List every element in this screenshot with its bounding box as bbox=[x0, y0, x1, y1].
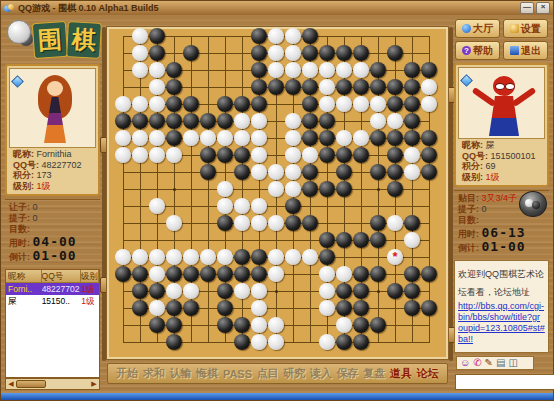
minimize-button[interactable]: — bbox=[520, 2, 534, 14]
white-stone bbox=[234, 215, 250, 231]
toolbar-button-研究[interactable]: 研究 bbox=[283, 366, 305, 381]
white-stone bbox=[336, 317, 352, 333]
black-stone bbox=[166, 113, 182, 129]
settings-icon bbox=[510, 24, 519, 33]
black-stone bbox=[421, 130, 437, 146]
black-stone bbox=[387, 147, 403, 163]
left-score-label: 积分: bbox=[13, 170, 34, 180]
black-stone bbox=[319, 181, 335, 197]
white-stone bbox=[268, 28, 284, 44]
left-slider-track[interactable] bbox=[102, 27, 106, 361]
nav-buttons: 大厅 设置 ?帮助 退出 bbox=[455, 19, 548, 60]
black-stone bbox=[251, 79, 267, 95]
toolbar-button-读入[interactable]: 读入 bbox=[310, 366, 332, 381]
go-board-grid: * bbox=[123, 36, 430, 343]
toolbar-button-认输[interactable]: 认输 bbox=[170, 366, 192, 381]
page-icon[interactable]: ◫ bbox=[508, 357, 517, 369]
white-stone bbox=[251, 147, 267, 163]
gem-icon bbox=[460, 74, 473, 87]
black-stone bbox=[132, 266, 148, 282]
right-capture-label: 提子: bbox=[458, 204, 479, 214]
black-stone bbox=[387, 45, 403, 61]
lobby-button[interactable]: 大厅 bbox=[455, 19, 500, 38]
black-stone bbox=[302, 28, 318, 44]
star-point bbox=[377, 188, 380, 191]
white-stone bbox=[149, 130, 165, 146]
black-stone bbox=[200, 113, 216, 129]
right-qq-label: QQ号: bbox=[462, 151, 488, 161]
white-stone bbox=[404, 232, 420, 248]
black-stone bbox=[421, 147, 437, 163]
scrollbar-thumb[interactable] bbox=[16, 380, 46, 388]
right-score-label: 积分: bbox=[462, 161, 483, 171]
black-stone bbox=[336, 181, 352, 197]
right-rank-value: 1级 bbox=[486, 172, 500, 182]
last-move-marked-stone: * bbox=[387, 249, 403, 265]
left-avatar bbox=[9, 68, 96, 148]
black-stone bbox=[251, 62, 267, 78]
right-panel: 大厅 设置 ?帮助 退出 昵称: 屎 QQ号: 151500101 积分: 69… bbox=[452, 17, 551, 390]
white-stone bbox=[132, 62, 148, 78]
white-stone bbox=[132, 249, 148, 265]
black-stone bbox=[234, 266, 250, 282]
black-stone bbox=[234, 334, 250, 350]
white-stone bbox=[115, 249, 131, 265]
black-stone bbox=[370, 232, 386, 248]
white-stone bbox=[166, 147, 182, 163]
forum-notice: 欢迎到QQ围棋艺术论坛看看，论坛地址 http://bbs.qq.com/cgi… bbox=[454, 260, 549, 353]
right-nick-label: 昵称: bbox=[462, 140, 483, 150]
white-stone bbox=[319, 334, 335, 350]
white-stone bbox=[268, 215, 284, 231]
black-stone bbox=[404, 266, 420, 282]
right-avatar bbox=[458, 67, 545, 139]
black-stone bbox=[285, 215, 301, 231]
chat-input[interactable] bbox=[455, 374, 554, 390]
white-stone bbox=[251, 215, 267, 231]
black-stone bbox=[234, 147, 250, 163]
go-board[interactable]: * bbox=[107, 27, 448, 359]
black-stone bbox=[370, 79, 386, 95]
white-stone bbox=[132, 147, 148, 163]
black-stone bbox=[285, 79, 301, 95]
black-stone bbox=[370, 164, 386, 180]
toolbar-button-论坛[interactable]: 论坛 bbox=[417, 366, 439, 381]
black-stone bbox=[183, 96, 199, 112]
white-stone bbox=[251, 283, 267, 299]
left-stats: 让子: 0 提子: 0 目数: 用时: 04-00 倒计: 01-00 bbox=[5, 199, 100, 265]
toolbar-button-开始[interactable]: 开始 bbox=[116, 366, 138, 381]
white-stone bbox=[370, 113, 386, 129]
black-stone bbox=[302, 164, 318, 180]
black-stone bbox=[421, 164, 437, 180]
black-stone bbox=[115, 113, 131, 129]
black-stone bbox=[336, 334, 352, 350]
white-stone bbox=[132, 28, 148, 44]
black-stone bbox=[217, 215, 233, 231]
black-stone bbox=[404, 283, 420, 299]
black-stone bbox=[200, 147, 216, 163]
white-stone bbox=[285, 147, 301, 163]
white-stone bbox=[387, 215, 403, 231]
left-nick-label: 昵称: bbox=[13, 149, 34, 159]
white-stone bbox=[132, 45, 148, 61]
black-stone bbox=[166, 300, 182, 316]
white-stone bbox=[115, 130, 131, 146]
white-stone bbox=[132, 96, 148, 112]
black-stone bbox=[353, 147, 369, 163]
logo-char-1: 围 bbox=[32, 21, 68, 59]
black-stone bbox=[336, 79, 352, 95]
black-stone bbox=[132, 300, 148, 316]
scroll-left-icon[interactable]: ◀ bbox=[6, 380, 16, 388]
white-stone bbox=[251, 334, 267, 350]
black-stone bbox=[353, 79, 369, 95]
black-stone bbox=[234, 96, 250, 112]
white-stone bbox=[200, 249, 216, 265]
black-stone bbox=[217, 266, 233, 282]
black-stone bbox=[353, 232, 369, 248]
star-point bbox=[377, 290, 380, 293]
exit-button[interactable]: 退出 bbox=[503, 41, 548, 60]
black-stone bbox=[251, 249, 267, 265]
chat-tools: ☺✆✎▤◫ bbox=[456, 356, 534, 370]
lobby-icon bbox=[462, 24, 471, 33]
black-stone bbox=[302, 45, 318, 61]
white-stone bbox=[353, 130, 369, 146]
black-stone bbox=[302, 130, 318, 146]
black-stone bbox=[251, 28, 267, 44]
white-stone bbox=[302, 62, 318, 78]
taskbar-edge bbox=[1, 393, 553, 400]
left-rank-label: 级别: bbox=[13, 181, 34, 191]
white-stone bbox=[183, 283, 199, 299]
window-title: QQ游戏 - 围棋 0.10 Alpha1 Build5 bbox=[18, 2, 159, 15]
black-stone bbox=[404, 96, 420, 112]
left-qq-value: 48227702 bbox=[42, 160, 82, 170]
toolbar-button-悔棋[interactable]: 悔棋 bbox=[196, 366, 218, 381]
komi-label: 贴目: bbox=[458, 193, 479, 203]
right-territory-label: 目数: bbox=[458, 215, 479, 225]
white-stone bbox=[149, 300, 165, 316]
table-row[interactable]: 屎 15150.. 1级 bbox=[6, 295, 99, 307]
black-stone bbox=[183, 300, 199, 316]
white-stone bbox=[149, 79, 165, 95]
black-stone bbox=[200, 266, 216, 282]
black-stone bbox=[217, 96, 233, 112]
black-stone bbox=[353, 45, 369, 61]
white-stone bbox=[421, 96, 437, 112]
black-stone bbox=[149, 283, 165, 299]
black-stone bbox=[302, 96, 318, 112]
black-stone bbox=[166, 130, 182, 146]
left-player-card: 昵称: Fornithia QQ号: 48227702 积分: 173 级别: … bbox=[5, 64, 100, 196]
toolbar-button-保存[interactable]: 保存 bbox=[337, 366, 359, 381]
black-stone bbox=[404, 62, 420, 78]
white-stone bbox=[268, 249, 284, 265]
horizontal-scrollbar[interactable]: ◀ ▶ bbox=[5, 378, 100, 390]
white-stone bbox=[336, 266, 352, 282]
white-stone bbox=[319, 266, 335, 282]
gem-icon bbox=[11, 75, 24, 88]
white-stone bbox=[336, 62, 352, 78]
black-stone bbox=[166, 334, 182, 350]
right-player-card: 昵称: 屎 QQ号: 151500101 积分: 69 级别: 1级 bbox=[454, 63, 549, 187]
white-stone bbox=[285, 181, 301, 197]
white-stone bbox=[285, 164, 301, 180]
black-stone bbox=[421, 266, 437, 282]
white-stone bbox=[149, 266, 165, 282]
black-stone bbox=[234, 164, 250, 180]
header-qq: QQ号 bbox=[42, 270, 81, 282]
right-time-label: 用时: bbox=[458, 229, 479, 239]
white-stone bbox=[149, 147, 165, 163]
white-stone bbox=[404, 164, 420, 180]
help-button[interactable]: ?帮助 bbox=[455, 41, 500, 60]
settings-button[interactable]: 设置 bbox=[503, 19, 548, 38]
pencil-icon[interactable]: ✎ bbox=[485, 357, 493, 369]
white-stone bbox=[200, 130, 216, 146]
white-stone bbox=[336, 96, 352, 112]
white-stone bbox=[149, 62, 165, 78]
white-stone bbox=[268, 164, 284, 180]
white-stone bbox=[149, 249, 165, 265]
komi-value: 3又3/4子 bbox=[482, 193, 518, 203]
left-time-lcd: 04-00 bbox=[33, 234, 77, 249]
right-nick-value: 屎 bbox=[486, 140, 495, 150]
app-logo-icon bbox=[4, 4, 14, 13]
black-stone bbox=[234, 249, 250, 265]
white-stone bbox=[166, 283, 182, 299]
left-capture-value: 0 bbox=[33, 213, 38, 223]
black-stone bbox=[404, 130, 420, 146]
white-stone bbox=[234, 198, 250, 214]
black-stone bbox=[251, 45, 267, 61]
black-stone bbox=[336, 232, 352, 248]
left-qq-label: QQ号: bbox=[13, 160, 39, 170]
black-stone bbox=[217, 113, 233, 129]
black-stone bbox=[336, 45, 352, 61]
black-stone bbox=[302, 181, 318, 197]
handicap-value: 0 bbox=[33, 202, 38, 212]
toolbar-button-点目[interactable]: 点目 bbox=[257, 366, 279, 381]
white-stone bbox=[285, 130, 301, 146]
left-score-value: 173 bbox=[37, 170, 52, 180]
black-stone bbox=[370, 317, 386, 333]
black-stone bbox=[319, 113, 335, 129]
white-stone bbox=[268, 181, 284, 197]
white-stone bbox=[319, 96, 335, 112]
white-stone bbox=[336, 130, 352, 146]
black-stone bbox=[353, 300, 369, 316]
left-capture-label: 提子: bbox=[9, 213, 30, 223]
white-stone bbox=[183, 130, 199, 146]
white-stone bbox=[115, 96, 131, 112]
black-stone bbox=[370, 266, 386, 282]
white-stone bbox=[285, 62, 301, 78]
white-stone bbox=[268, 62, 284, 78]
black-stone bbox=[268, 79, 284, 95]
black-stone bbox=[166, 62, 182, 78]
app-window: QQ游戏 - 围棋 0.10 Alpha1 Build5 — × 围 棋 昵称:… bbox=[0, 0, 554, 401]
white-stone bbox=[268, 317, 284, 333]
left-panel: 围 棋 昵称: Fornithia QQ号: 48227702 积分: 173 … bbox=[3, 17, 102, 390]
white-stone bbox=[387, 113, 403, 129]
phone-icon[interactable]: ✆ bbox=[473, 357, 481, 369]
left-rank-value: 1级 bbox=[37, 181, 51, 191]
black-stone bbox=[285, 198, 301, 214]
black-stone bbox=[166, 96, 182, 112]
white-stone bbox=[353, 62, 369, 78]
right-countdown-lcd: 01-00 bbox=[482, 239, 526, 254]
black-stone bbox=[149, 317, 165, 333]
white-stone bbox=[251, 113, 267, 129]
help-icon: ? bbox=[462, 46, 471, 55]
white-stone bbox=[234, 283, 250, 299]
black-stone bbox=[404, 300, 420, 316]
action-toolbar: 开始求和认输悔棋PASS点目研究读入保存复盘道具论坛 bbox=[107, 363, 448, 384]
black-stone bbox=[387, 283, 403, 299]
white-stone bbox=[268, 45, 284, 61]
white-stone bbox=[234, 113, 250, 129]
white-stone bbox=[285, 45, 301, 61]
black-stone bbox=[387, 96, 403, 112]
black-stone bbox=[251, 96, 267, 112]
notice-text: 欢迎到QQ围棋艺术论坛看看，论坛地址 bbox=[458, 269, 544, 297]
black-stone bbox=[217, 300, 233, 316]
stone-bowl-image bbox=[519, 191, 547, 217]
white-stone bbox=[268, 334, 284, 350]
black-stone bbox=[183, 45, 199, 61]
left-countdown-label: 倒计: bbox=[9, 252, 30, 262]
grid-icon[interactable]: ▤ bbox=[496, 357, 505, 369]
left-nick-value: Fornithia bbox=[37, 149, 72, 159]
black-stone bbox=[319, 249, 335, 265]
black-stone bbox=[336, 147, 352, 163]
right-time-lcd: 06-13 bbox=[482, 225, 526, 240]
white-stone bbox=[353, 96, 369, 112]
toolbar-button-复盘[interactable]: 复盘 bbox=[363, 366, 385, 381]
title-bar: QQ游戏 - 围棋 0.10 Alpha1 Build5 — × bbox=[1, 1, 553, 15]
white-stone bbox=[149, 96, 165, 112]
white-stone bbox=[217, 181, 233, 197]
black-stone bbox=[353, 317, 369, 333]
right-rank-label: 级别: bbox=[462, 172, 483, 182]
black-stone bbox=[370, 62, 386, 78]
white-stone bbox=[234, 130, 250, 146]
black-stone bbox=[387, 164, 403, 180]
left-time-label: 用时: bbox=[9, 238, 30, 248]
white-stone bbox=[285, 113, 301, 129]
exit-icon bbox=[510, 46, 519, 55]
black-stone bbox=[302, 215, 318, 231]
black-stone bbox=[149, 113, 165, 129]
black-stone bbox=[421, 300, 437, 316]
black-stone bbox=[404, 113, 420, 129]
black-stone bbox=[166, 266, 182, 282]
white-stone bbox=[149, 198, 165, 214]
white-stone bbox=[217, 130, 233, 146]
right-score-value: 69 bbox=[486, 161, 496, 171]
right-qq-value: 151500101 bbox=[491, 151, 536, 161]
game-logo: 围 棋 bbox=[5, 18, 100, 62]
black-stone bbox=[200, 164, 216, 180]
black-stone bbox=[183, 113, 199, 129]
star-point bbox=[173, 188, 176, 191]
player-table-header: 昵称 QQ号 级别 bbox=[6, 270, 99, 283]
black-stone bbox=[149, 45, 165, 61]
right-capture-value: 0 bbox=[482, 204, 487, 214]
black-stone bbox=[370, 130, 386, 146]
black-stone bbox=[404, 215, 420, 231]
logo-char-2: 棋 bbox=[66, 21, 102, 59]
black-stone bbox=[132, 113, 148, 129]
scroll-right-icon[interactable]: ▶ bbox=[89, 380, 99, 388]
white-stone bbox=[421, 79, 437, 95]
star-point bbox=[275, 290, 278, 293]
white-stone bbox=[251, 130, 267, 146]
white-stone bbox=[132, 130, 148, 146]
black-stone bbox=[421, 62, 437, 78]
forum-link[interactable]: http://bbs.qq.com/cgi-bin/bbs/show/title… bbox=[458, 301, 545, 345]
white-stone bbox=[319, 62, 335, 78]
table-row[interactable]: Forni.. 48227702 1级 bbox=[6, 283, 99, 295]
white-stone bbox=[217, 249, 233, 265]
white-stone bbox=[217, 198, 233, 214]
black-stone bbox=[217, 283, 233, 299]
black-stone bbox=[149, 28, 165, 44]
toolbar-button-道具[interactable]: 道具 bbox=[390, 366, 412, 381]
black-stone bbox=[353, 334, 369, 350]
black-stone bbox=[387, 181, 403, 197]
black-stone bbox=[387, 130, 403, 146]
toolbar-button-求和[interactable]: 求和 bbox=[143, 366, 165, 381]
black-stone bbox=[234, 317, 250, 333]
white-stone bbox=[115, 147, 131, 163]
white-stone-logo-icon bbox=[7, 20, 31, 44]
black-stone bbox=[132, 283, 148, 299]
black-stone bbox=[183, 266, 199, 282]
black-stone bbox=[336, 300, 352, 316]
white-stone bbox=[285, 249, 301, 265]
white-stone bbox=[319, 79, 335, 95]
black-stone bbox=[302, 79, 318, 95]
black-stone bbox=[319, 232, 335, 248]
close-button[interactable]: × bbox=[536, 2, 550, 14]
black-stone bbox=[319, 45, 335, 61]
handicap-label: 让子: bbox=[9, 202, 30, 212]
white-stone bbox=[370, 96, 386, 112]
black-stone bbox=[217, 147, 233, 163]
left-territory-label: 目数: bbox=[9, 224, 30, 234]
white-stone bbox=[268, 266, 284, 282]
black-stone bbox=[115, 266, 131, 282]
white-stone bbox=[302, 147, 318, 163]
white-stone bbox=[251, 317, 267, 333]
header-nick: 昵称 bbox=[6, 270, 42, 282]
black-stone bbox=[404, 79, 420, 95]
black-stone bbox=[370, 215, 386, 231]
emoticon-icon[interactable]: ☺ bbox=[460, 357, 470, 369]
right-stats: 贴目: 3又3/4子 提子: 0 目数: 用时: 06-13 倒计: 01-00 bbox=[454, 190, 549, 256]
toolbar-button-PASS[interactable]: PASS bbox=[223, 368, 252, 380]
white-stone bbox=[166, 215, 182, 231]
white-stone bbox=[302, 249, 318, 265]
black-stone bbox=[166, 79, 182, 95]
left-countdown-lcd: 01-00 bbox=[33, 248, 77, 263]
right-countdown-label: 倒计: bbox=[458, 243, 479, 253]
white-stone bbox=[166, 249, 182, 265]
